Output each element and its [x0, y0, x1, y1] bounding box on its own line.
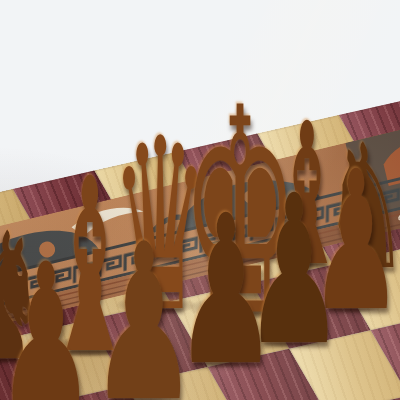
- pieces-layer: ♞♝♛♚♝♞♟♟♟♟♟: [0, 0, 400, 400]
- pawn-2-piece: ♟: [90, 216, 198, 400]
- chess-set-product-photo: ♞♝♛♚♝♞♟♟♟♟♟: [0, 0, 400, 400]
- pawn-1-piece: ♟: [0, 238, 96, 400]
